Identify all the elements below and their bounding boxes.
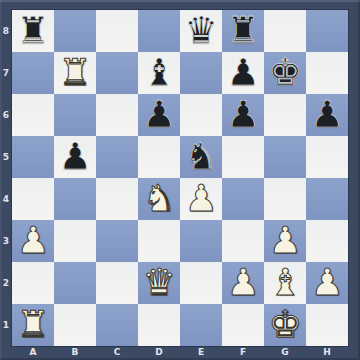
square-g2[interactable]: ♝ [264, 262, 306, 304]
piece-black-bishop[interactable]: ♝ [142, 52, 175, 94]
square-d7[interactable]: ♝ [138, 52, 180, 94]
square-h7[interactable] [306, 52, 348, 94]
file-label-f: F [222, 345, 264, 359]
square-f6[interactable]: ♟ [222, 94, 264, 136]
square-a4[interactable] [12, 178, 54, 220]
square-f8[interactable]: ♜ [222, 10, 264, 52]
file-label-c: C [96, 345, 138, 359]
square-d6[interactable]: ♟ [138, 94, 180, 136]
square-d1[interactable] [138, 304, 180, 346]
file-label-e: E [180, 345, 222, 359]
square-h5[interactable] [306, 136, 348, 178]
square-e4[interactable]: ♟ [180, 178, 222, 220]
rank-label-5: 5 [0, 136, 12, 178]
square-d5[interactable] [138, 136, 180, 178]
square-e5[interactable]: ♞ [180, 136, 222, 178]
square-a6[interactable] [12, 94, 54, 136]
square-g1[interactable]: ♚ [264, 304, 306, 346]
piece-black-pawn[interactable]: ♟ [226, 52, 259, 94]
square-e3[interactable] [180, 220, 222, 262]
piece-black-knight[interactable]: ♞ [184, 136, 217, 178]
piece-black-pawn[interactable]: ♟ [226, 94, 259, 136]
square-d2[interactable]: ♛ [138, 262, 180, 304]
square-e6[interactable] [180, 94, 222, 136]
piece-black-rook[interactable]: ♜ [226, 10, 259, 52]
square-b3[interactable] [54, 220, 96, 262]
square-a1[interactable]: ♜ [12, 304, 54, 346]
piece-white-queen[interactable]: ♛ [142, 262, 175, 304]
square-c3[interactable] [96, 220, 138, 262]
piece-black-pawn[interactable]: ♟ [58, 136, 91, 178]
rank-labels: 87654321 [0, 10, 12, 346]
square-d4[interactable]: ♞ [138, 178, 180, 220]
square-e2[interactable] [180, 262, 222, 304]
square-f3[interactable] [222, 220, 264, 262]
piece-white-pawn[interactable]: ♟ [16, 220, 49, 262]
square-d8[interactable] [138, 10, 180, 52]
square-c7[interactable] [96, 52, 138, 94]
square-a8[interactable]: ♜ [12, 10, 54, 52]
file-labels: ABCDEFGH [12, 345, 348, 359]
square-b6[interactable] [54, 94, 96, 136]
square-b8[interactable] [54, 10, 96, 52]
square-b4[interactable] [54, 178, 96, 220]
square-g3[interactable]: ♟ [264, 220, 306, 262]
piece-white-king[interactable]: ♚ [268, 304, 301, 346]
piece-white-rook[interactable]: ♜ [16, 304, 49, 346]
square-h3[interactable] [306, 220, 348, 262]
square-a2[interactable] [12, 262, 54, 304]
rank-label-4: 4 [0, 178, 12, 220]
square-h8[interactable] [306, 10, 348, 52]
piece-white-pawn[interactable]: ♟ [268, 220, 301, 262]
file-label-d: D [138, 345, 180, 359]
piece-black-king[interactable]: ♚ [268, 52, 301, 94]
rank-label-1: 1 [0, 304, 12, 346]
rank-label-2: 2 [0, 262, 12, 304]
square-a3[interactable]: ♟ [12, 220, 54, 262]
file-label-a: A [12, 345, 54, 359]
rank-label-8: 8 [0, 10, 12, 52]
square-c2[interactable] [96, 262, 138, 304]
square-e8[interactable]: ♛ [180, 10, 222, 52]
square-f5[interactable] [222, 136, 264, 178]
square-g4[interactable] [264, 178, 306, 220]
piece-white-rook[interactable]: ♜ [58, 52, 91, 94]
square-c6[interactable] [96, 94, 138, 136]
rank-label-6: 6 [0, 94, 12, 136]
square-b2[interactable] [54, 262, 96, 304]
square-b7[interactable]: ♜ [54, 52, 96, 94]
piece-black-pawn[interactable]: ♟ [310, 94, 343, 136]
square-e1[interactable] [180, 304, 222, 346]
square-f7[interactable]: ♟ [222, 52, 264, 94]
square-h2[interactable]: ♟ [306, 262, 348, 304]
square-f2[interactable]: ♟ [222, 262, 264, 304]
piece-black-pawn[interactable]: ♟ [142, 94, 175, 136]
square-f1[interactable] [222, 304, 264, 346]
square-h1[interactable] [306, 304, 348, 346]
piece-black-queen[interactable]: ♛ [184, 10, 217, 52]
chess-board: ♜♛♜♜♝♟♚♟♟♟♟♞♞♟♟♟♛♟♝♟♜♚ [12, 10, 348, 346]
piece-white-bishop[interactable]: ♝ [268, 262, 301, 304]
square-f4[interactable] [222, 178, 264, 220]
file-label-b: B [54, 345, 96, 359]
square-c1[interactable] [96, 304, 138, 346]
square-e7[interactable] [180, 52, 222, 94]
piece-white-pawn[interactable]: ♟ [310, 262, 343, 304]
square-h4[interactable] [306, 178, 348, 220]
square-d3[interactable] [138, 220, 180, 262]
square-c4[interactable] [96, 178, 138, 220]
piece-white-pawn[interactable]: ♟ [226, 262, 259, 304]
square-g7[interactable]: ♚ [264, 52, 306, 94]
square-g5[interactable] [264, 136, 306, 178]
piece-white-knight[interactable]: ♞ [142, 178, 175, 220]
square-g6[interactable] [264, 94, 306, 136]
square-h6[interactable]: ♟ [306, 94, 348, 136]
square-b1[interactable] [54, 304, 96, 346]
piece-white-pawn[interactable]: ♟ [184, 178, 217, 220]
chess-board-frame: 87654321 ♜♛♜♜♝♟♚♟♟♟♟♞♞♟♟♟♛♟♝♟♜♚ ABCDEFGH [0, 0, 360, 360]
square-a5[interactable] [12, 136, 54, 178]
piece-black-rook[interactable]: ♜ [16, 10, 49, 52]
square-g8[interactable] [264, 10, 306, 52]
square-c8[interactable] [96, 10, 138, 52]
rank-label-7: 7 [0, 52, 12, 94]
square-b5[interactable]: ♟ [54, 136, 96, 178]
file-label-h: H [306, 345, 348, 359]
square-a7[interactable] [12, 52, 54, 94]
file-label-g: G [264, 345, 306, 359]
rank-label-3: 3 [0, 220, 12, 262]
square-c5[interactable] [96, 136, 138, 178]
